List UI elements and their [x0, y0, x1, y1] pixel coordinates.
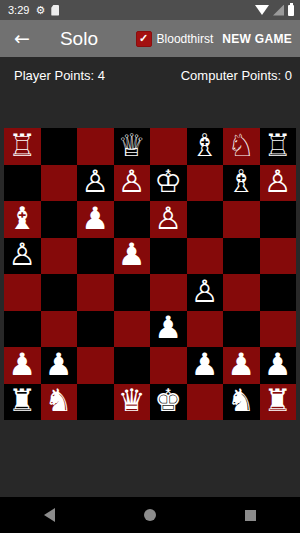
square-c5[interactable]: [77, 238, 114, 275]
computer-points-label: Computer Points: 0: [181, 68, 292, 83]
square-g3[interactable]: [223, 311, 260, 348]
square-e8[interactable]: [150, 128, 187, 165]
square-g2[interactable]: ♟: [223, 347, 260, 384]
square-b4[interactable]: [41, 274, 78, 311]
square-f4[interactable]: ♙: [187, 274, 224, 311]
wifi-icon: [255, 5, 269, 15]
square-d2[interactable]: [114, 347, 151, 384]
player-pawn-piece: ♟: [227, 349, 255, 380]
page-title: Solo: [60, 28, 98, 50]
player-pawn-piece: ♟: [8, 349, 36, 380]
square-c2[interactable]: [77, 347, 114, 384]
player-pawn-piece: ♟: [118, 239, 146, 270]
square-a6[interactable]: ♝: [4, 201, 41, 238]
square-a1[interactable]: ♜: [4, 384, 41, 421]
square-d3[interactable]: [114, 311, 151, 348]
square-f3[interactable]: [187, 311, 224, 348]
square-a5[interactable]: ♙: [4, 238, 41, 275]
square-f6[interactable]: [187, 201, 224, 238]
bloodthirst-checkbox[interactable]: ✓: [136, 31, 152, 47]
square-b5[interactable]: [41, 238, 78, 275]
square-h1[interactable]: ♜: [260, 384, 297, 421]
square-c6[interactable]: ♟: [77, 201, 114, 238]
square-g7[interactable]: ♗: [223, 165, 260, 202]
square-d1[interactable]: ♛: [114, 384, 151, 421]
player-rook-piece: ♜: [264, 385, 292, 416]
player-bishop-piece: ♝: [8, 203, 36, 234]
square-b3[interactable]: [41, 311, 78, 348]
player-king-piece: ♚: [154, 385, 182, 416]
square-d8[interactable]: ♕: [114, 128, 151, 165]
app-bar: ← Solo ✓ Bloodthirst NEW GAME: [0, 20, 300, 57]
square-d7[interactable]: ♙: [114, 165, 151, 202]
nav-home-icon[interactable]: [144, 509, 156, 521]
square-a4[interactable]: [4, 274, 41, 311]
square-a2[interactable]: ♟: [4, 347, 41, 384]
computer-king-piece: ♔: [154, 166, 182, 197]
phone-screen: 3:29 ⚙ ← Solo ✓ Bloodthirst NEW GAME Pla…: [0, 0, 300, 533]
square-c3[interactable]: [77, 311, 114, 348]
computer-pawn-piece: ♙: [118, 166, 146, 197]
square-c7[interactable]: ♙: [77, 165, 114, 202]
square-g5[interactable]: [223, 238, 260, 275]
player-pawn-piece: ♟: [154, 312, 182, 343]
square-g6[interactable]: [223, 201, 260, 238]
square-e3[interactable]: ♟: [150, 311, 187, 348]
square-e1[interactable]: ♚: [150, 384, 187, 421]
computer-queen-piece: ♕: [118, 130, 146, 161]
square-a3[interactable]: [4, 311, 41, 348]
square-d4[interactable]: [114, 274, 151, 311]
computer-knight-piece: ♘: [227, 130, 255, 161]
square-e7[interactable]: ♔: [150, 165, 187, 202]
nav-back-icon[interactable]: [44, 508, 55, 522]
square-h5[interactable]: [260, 238, 297, 275]
computer-rook-piece: ♖: [8, 130, 36, 161]
square-e2[interactable]: [150, 347, 187, 384]
square-h2[interactable]: ♟: [260, 347, 297, 384]
player-pawn-piece: ♟: [81, 203, 109, 234]
computer-pawn-piece: ♙: [154, 203, 182, 234]
square-e6[interactable]: ♙: [150, 201, 187, 238]
square-f7[interactable]: [187, 165, 224, 202]
cell-signal-icon: [273, 5, 284, 16]
square-f8[interactable]: ♗: [187, 128, 224, 165]
clock: 3:29: [8, 4, 29, 16]
player-pawn-piece: ♟: [264, 349, 292, 380]
square-g1[interactable]: ♞: [223, 384, 260, 421]
computer-pawn-piece: ♙: [8, 239, 36, 270]
square-a7[interactable]: [4, 165, 41, 202]
square-b1[interactable]: ♞: [41, 384, 78, 421]
player-knight-piece: ♞: [45, 385, 73, 416]
chess-board: ♖♕♗♘♖♙♙♔♗♙♝♟♙♙♟♙♟♟♟♟♟♟♜♞♛♚♞♜: [4, 128, 296, 420]
score-row: Player Points: 4 Computer Points: 0: [0, 68, 300, 83]
nav-recents-icon[interactable]: [245, 510, 256, 521]
bloodthirst-label[interactable]: Bloodthirst: [157, 32, 214, 46]
player-queen-piece: ♛: [118, 385, 146, 416]
square-b6[interactable]: [41, 201, 78, 238]
back-arrow-icon[interactable]: ←: [14, 29, 30, 48]
square-g4[interactable]: [223, 274, 260, 311]
square-d5[interactable]: ♟: [114, 238, 151, 275]
square-h3[interactable]: [260, 311, 297, 348]
gear-icon: ⚙: [35, 5, 45, 16]
player-pawn-piece: ♟: [191, 349, 219, 380]
square-c8[interactable]: [77, 128, 114, 165]
square-h8[interactable]: ♖: [260, 128, 297, 165]
square-f2[interactable]: ♟: [187, 347, 224, 384]
square-e4[interactable]: [150, 274, 187, 311]
new-game-button[interactable]: NEW GAME: [218, 26, 296, 52]
square-h6[interactable]: [260, 201, 297, 238]
square-a8[interactable]: ♖: [4, 128, 41, 165]
square-c4[interactable]: [77, 274, 114, 311]
computer-bishop-piece: ♗: [227, 166, 255, 197]
computer-bishop-piece: ♗: [191, 130, 219, 161]
square-b7[interactable]: [41, 165, 78, 202]
square-h4[interactable]: [260, 274, 297, 311]
square-f5[interactable]: [187, 238, 224, 275]
player-knight-piece: ♞: [227, 385, 255, 416]
android-nav-bar: [0, 497, 300, 533]
square-c1[interactable]: [77, 384, 114, 421]
sim-card-icon: [51, 5, 59, 16]
player-rook-piece: ♜: [8, 385, 36, 416]
status-bar: 3:29 ⚙: [0, 0, 300, 20]
square-e5[interactable]: [150, 238, 187, 275]
computer-rook-piece: ♖: [264, 130, 292, 161]
player-points-label: Player Points: 4: [14, 68, 105, 83]
square-b8[interactable]: [41, 128, 78, 165]
computer-pawn-piece: ♙: [191, 276, 219, 307]
battery-icon: [288, 5, 294, 16]
computer-pawn-piece: ♙: [81, 166, 109, 197]
square-h7[interactable]: ♙: [260, 165, 297, 202]
square-b2[interactable]: ♟: [41, 347, 78, 384]
square-f1[interactable]: [187, 384, 224, 421]
square-d6[interactable]: [114, 201, 151, 238]
square-g8[interactable]: ♘: [223, 128, 260, 165]
player-pawn-piece: ♟: [45, 349, 73, 380]
computer-pawn-piece: ♙: [264, 166, 292, 197]
